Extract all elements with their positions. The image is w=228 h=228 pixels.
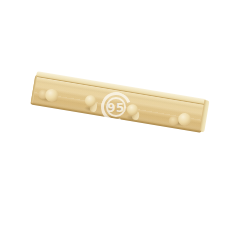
photo-canvas: 95 [0,0,228,228]
watermark-text: 95 [107,101,125,115]
peg-2 [81,94,102,115]
